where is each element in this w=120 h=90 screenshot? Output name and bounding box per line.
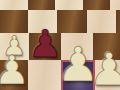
chessboard-3d-view: ♟ ♟ ♟ ♟ ♟ — [0, 0, 120, 90]
square-e5[interactable] — [83, 0, 111, 10]
square-b5[interactable] — [0, 0, 28, 10]
square-f5[interactable] — [110, 0, 120, 10]
white-pawn-e2[interactable]: ♟ — [89, 47, 120, 90]
square-d5[interactable] — [55, 0, 83, 10]
square-f4[interactable] — [116, 10, 120, 33]
board-rank-5 — [0, 0, 120, 10]
square-c5[interactable] — [28, 0, 56, 10]
white-pawn-b2[interactable]: ♟ — [0, 50, 30, 90]
square-e4[interactable] — [87, 10, 117, 33]
